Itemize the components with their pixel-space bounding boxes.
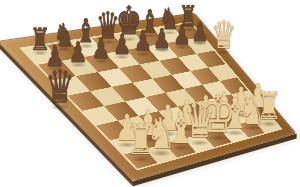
chess-set-photo: ♜♞♝♛♚♝♞♜♟♟♟♟♟♟♟♟♛♛♟♟♟♟♟♟♟♟♜♞♝♚♛♝♞♜ (0, 0, 300, 187)
